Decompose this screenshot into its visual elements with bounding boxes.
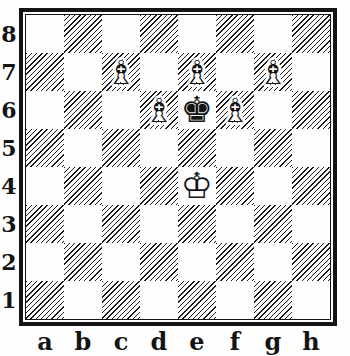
board-inner: ♗♗♗♗♚♗♔ (25, 14, 331, 320)
square-c5[interactable] (102, 129, 140, 167)
square-g8[interactable] (254, 15, 292, 53)
rank-label-2: 2 (0, 243, 18, 281)
white-bishop[interactable]: ♗ (144, 94, 174, 127)
square-a3[interactable] (26, 205, 64, 243)
square-f7[interactable] (216, 53, 254, 91)
rank-labels: 87654321 (0, 15, 18, 319)
file-labels: abcdefgh (26, 327, 330, 355)
square-d6[interactable]: ♗ (140, 91, 178, 129)
rank-label-8: 8 (0, 15, 18, 53)
white-bishop[interactable]: ♗ (106, 56, 136, 89)
square-a2[interactable] (26, 243, 64, 281)
square-c7[interactable]: ♗ (102, 53, 140, 91)
square-d7[interactable] (140, 53, 178, 91)
square-f3[interactable] (216, 205, 254, 243)
square-b3[interactable] (64, 205, 102, 243)
square-c2[interactable] (102, 243, 140, 281)
square-a5[interactable] (26, 129, 64, 167)
square-b2[interactable] (64, 243, 102, 281)
chess-board: ♗♗♗♗♚♗♔ (26, 15, 330, 319)
square-h8[interactable] (292, 15, 330, 53)
square-e4[interactable]: ♔ (178, 167, 216, 205)
square-a6[interactable] (26, 91, 64, 129)
square-c6[interactable] (102, 91, 140, 129)
square-e7[interactable]: ♗ (178, 53, 216, 91)
square-a1[interactable] (26, 281, 64, 319)
rank-label-4: 4 (0, 167, 18, 205)
rank-label-7: 7 (0, 53, 18, 91)
square-e2[interactable] (178, 243, 216, 281)
square-a7[interactable] (26, 53, 64, 91)
black-king[interactable]: ♚ (181, 92, 213, 128)
square-d2[interactable] (140, 243, 178, 281)
square-c8[interactable] (102, 15, 140, 53)
white-bishop[interactable]: ♗ (220, 94, 250, 127)
square-g4[interactable] (254, 167, 292, 205)
square-d5[interactable] (140, 129, 178, 167)
square-b8[interactable] (64, 15, 102, 53)
board-frame: ♗♗♗♗♚♗♔ (19, 8, 337, 326)
square-h7[interactable] (292, 53, 330, 91)
square-f8[interactable] (216, 15, 254, 53)
square-g5[interactable] (254, 129, 292, 167)
file-label-h: h (292, 327, 330, 355)
square-a4[interactable] (26, 167, 64, 205)
square-f5[interactable] (216, 129, 254, 167)
square-b7[interactable] (64, 53, 102, 91)
square-f2[interactable] (216, 243, 254, 281)
file-label-e: e (178, 327, 216, 355)
white-bishop[interactable]: ♗ (258, 56, 288, 89)
square-h1[interactable] (292, 281, 330, 319)
square-b6[interactable] (64, 91, 102, 129)
rank-label-1: 1 (0, 281, 18, 319)
square-g3[interactable] (254, 205, 292, 243)
rank-label-3: 3 (0, 205, 18, 243)
square-e1[interactable] (178, 281, 216, 319)
white-bishop[interactable]: ♗ (182, 56, 212, 89)
square-d3[interactable] (140, 205, 178, 243)
square-g7[interactable]: ♗ (254, 53, 292, 91)
square-g1[interactable] (254, 281, 292, 319)
square-h6[interactable] (292, 91, 330, 129)
square-c1[interactable] (102, 281, 140, 319)
file-label-d: d (140, 327, 178, 355)
file-label-g: g (254, 327, 292, 355)
square-d1[interactable] (140, 281, 178, 319)
square-f6[interactable]: ♗ (216, 91, 254, 129)
file-label-b: b (64, 327, 102, 355)
square-b1[interactable] (64, 281, 102, 319)
white-king[interactable]: ♔ (181, 168, 213, 204)
square-b5[interactable] (64, 129, 102, 167)
square-c4[interactable] (102, 167, 140, 205)
square-e3[interactable] (178, 205, 216, 243)
square-e5[interactable] (178, 129, 216, 167)
chess-diagram: 87654321 ♗♗♗♗♚♗♔ abcdefgh (0, 0, 350, 356)
rank-label-6: 6 (0, 91, 18, 129)
square-h5[interactable] (292, 129, 330, 167)
square-h4[interactable] (292, 167, 330, 205)
square-b4[interactable] (64, 167, 102, 205)
square-h3[interactable] (292, 205, 330, 243)
square-d8[interactable] (140, 15, 178, 53)
file-label-a: a (26, 327, 64, 355)
rank-label-5: 5 (0, 129, 18, 167)
square-e6[interactable]: ♚ (178, 91, 216, 129)
square-d4[interactable] (140, 167, 178, 205)
file-label-c: c (102, 327, 140, 355)
square-g6[interactable] (254, 91, 292, 129)
square-c3[interactable] (102, 205, 140, 243)
square-e8[interactable] (178, 15, 216, 53)
file-label-f: f (216, 327, 254, 355)
square-g2[interactable] (254, 243, 292, 281)
square-f1[interactable] (216, 281, 254, 319)
square-a8[interactable] (26, 15, 64, 53)
square-f4[interactable] (216, 167, 254, 205)
square-h2[interactable] (292, 243, 330, 281)
